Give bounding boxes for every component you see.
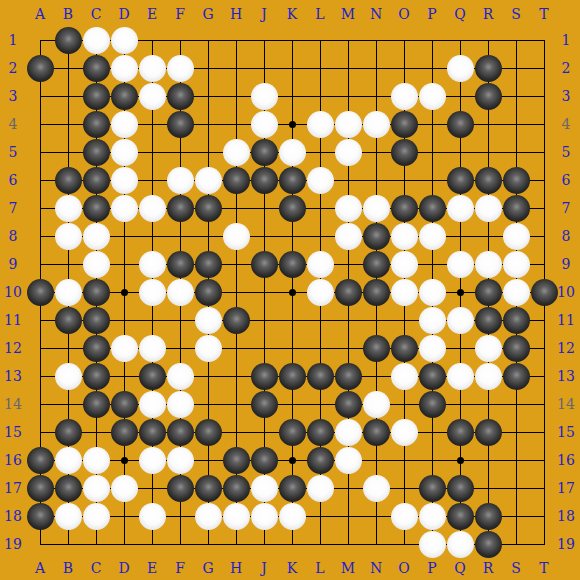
point-R8[interactable] <box>474 222 502 250</box>
point-Q5[interactable] <box>446 138 474 166</box>
point-O14[interactable] <box>390 390 418 418</box>
point-H1[interactable] <box>222 26 250 54</box>
point-A11[interactable] <box>26 306 54 334</box>
point-R17[interactable] <box>474 474 502 502</box>
point-G12[interactable] <box>194 334 222 362</box>
point-Q7[interactable] <box>446 194 474 222</box>
point-N13[interactable] <box>362 362 390 390</box>
point-D12[interactable] <box>110 334 138 362</box>
point-A4[interactable] <box>26 110 54 138</box>
point-O11[interactable] <box>390 306 418 334</box>
point-H5[interactable] <box>222 138 250 166</box>
point-B6[interactable] <box>54 166 82 194</box>
point-H17[interactable] <box>222 474 250 502</box>
point-L18[interactable] <box>306 502 334 530</box>
point-M19[interactable] <box>334 530 362 558</box>
point-P12[interactable] <box>418 334 446 362</box>
point-H2[interactable] <box>222 54 250 82</box>
point-F17[interactable] <box>166 474 194 502</box>
point-H10[interactable] <box>222 278 250 306</box>
point-S17[interactable] <box>502 474 530 502</box>
point-L17[interactable] <box>306 474 334 502</box>
point-O8[interactable] <box>390 222 418 250</box>
point-G18[interactable] <box>194 502 222 530</box>
point-J17[interactable] <box>250 474 278 502</box>
point-J13[interactable] <box>250 362 278 390</box>
point-G15[interactable] <box>194 418 222 446</box>
point-B12[interactable] <box>54 334 82 362</box>
point-C2[interactable] <box>82 54 110 82</box>
point-R19[interactable] <box>474 530 502 558</box>
point-E2[interactable] <box>138 54 166 82</box>
point-A6[interactable] <box>26 166 54 194</box>
point-P18[interactable] <box>418 502 446 530</box>
point-O5[interactable] <box>390 138 418 166</box>
point-L9[interactable] <box>306 250 334 278</box>
point-N12[interactable] <box>362 334 390 362</box>
point-S10[interactable] <box>502 278 530 306</box>
point-S15[interactable] <box>502 418 530 446</box>
point-J10[interactable] <box>250 278 278 306</box>
point-Q18[interactable] <box>446 502 474 530</box>
point-O19[interactable] <box>390 530 418 558</box>
point-N10[interactable] <box>362 278 390 306</box>
point-G8[interactable] <box>194 222 222 250</box>
point-B11[interactable] <box>54 306 82 334</box>
point-K14[interactable] <box>278 390 306 418</box>
point-D13[interactable] <box>110 362 138 390</box>
point-N7[interactable] <box>362 194 390 222</box>
point-P1[interactable] <box>418 26 446 54</box>
point-G10[interactable] <box>194 278 222 306</box>
point-B7[interactable] <box>54 194 82 222</box>
point-Q14[interactable] <box>446 390 474 418</box>
point-O16[interactable] <box>390 446 418 474</box>
point-L13[interactable] <box>306 362 334 390</box>
point-C3[interactable] <box>82 82 110 110</box>
point-Q6[interactable] <box>446 166 474 194</box>
point-F14[interactable] <box>166 390 194 418</box>
point-K3[interactable] <box>278 82 306 110</box>
point-O6[interactable] <box>390 166 418 194</box>
point-P19[interactable] <box>418 530 446 558</box>
point-J18[interactable] <box>250 502 278 530</box>
point-C7[interactable] <box>82 194 110 222</box>
point-C6[interactable] <box>82 166 110 194</box>
point-H6[interactable] <box>222 166 250 194</box>
point-P10[interactable] <box>418 278 446 306</box>
point-J3[interactable] <box>250 82 278 110</box>
point-S8[interactable] <box>502 222 530 250</box>
point-F19[interactable] <box>166 530 194 558</box>
point-P3[interactable] <box>418 82 446 110</box>
point-H16[interactable] <box>222 446 250 474</box>
point-F1[interactable] <box>166 26 194 54</box>
point-C11[interactable] <box>82 306 110 334</box>
point-G5[interactable] <box>194 138 222 166</box>
point-D4[interactable] <box>110 110 138 138</box>
point-Q19[interactable] <box>446 530 474 558</box>
point-K10[interactable] <box>278 278 306 306</box>
point-C14[interactable] <box>82 390 110 418</box>
point-B15[interactable] <box>54 418 82 446</box>
point-Q12[interactable] <box>446 334 474 362</box>
point-O2[interactable] <box>390 54 418 82</box>
point-H9[interactable] <box>222 250 250 278</box>
point-C13[interactable] <box>82 362 110 390</box>
point-O17[interactable] <box>390 474 418 502</box>
point-M2[interactable] <box>334 54 362 82</box>
point-B10[interactable] <box>54 278 82 306</box>
point-B13[interactable] <box>54 362 82 390</box>
point-A15[interactable] <box>26 418 54 446</box>
point-C18[interactable] <box>82 502 110 530</box>
point-Q9[interactable] <box>446 250 474 278</box>
point-S14[interactable] <box>502 390 530 418</box>
point-C1[interactable] <box>82 26 110 54</box>
point-C15[interactable] <box>82 418 110 446</box>
point-B5[interactable] <box>54 138 82 166</box>
point-J11[interactable] <box>250 306 278 334</box>
point-C5[interactable] <box>82 138 110 166</box>
point-P2[interactable] <box>418 54 446 82</box>
point-S12[interactable] <box>502 334 530 362</box>
point-E18[interactable] <box>138 502 166 530</box>
point-J2[interactable] <box>250 54 278 82</box>
point-N8[interactable] <box>362 222 390 250</box>
point-F4[interactable] <box>166 110 194 138</box>
point-K2[interactable] <box>278 54 306 82</box>
point-P14[interactable] <box>418 390 446 418</box>
point-M5[interactable] <box>334 138 362 166</box>
point-B14[interactable] <box>54 390 82 418</box>
point-A18[interactable] <box>26 502 54 530</box>
point-F8[interactable] <box>166 222 194 250</box>
point-E5[interactable] <box>138 138 166 166</box>
point-N9[interactable] <box>362 250 390 278</box>
point-A12[interactable] <box>26 334 54 362</box>
point-G2[interactable] <box>194 54 222 82</box>
point-G3[interactable] <box>194 82 222 110</box>
point-R10[interactable] <box>474 278 502 306</box>
point-K12[interactable] <box>278 334 306 362</box>
point-Q10[interactable] <box>446 278 474 306</box>
point-J15[interactable] <box>250 418 278 446</box>
point-M8[interactable] <box>334 222 362 250</box>
point-L1[interactable] <box>306 26 334 54</box>
point-J16[interactable] <box>250 446 278 474</box>
point-M4[interactable] <box>334 110 362 138</box>
point-M3[interactable] <box>334 82 362 110</box>
point-S16[interactable] <box>502 446 530 474</box>
point-N14[interactable] <box>362 390 390 418</box>
point-A2[interactable] <box>26 54 54 82</box>
point-J12[interactable] <box>250 334 278 362</box>
point-K11[interactable] <box>278 306 306 334</box>
point-G16[interactable] <box>194 446 222 474</box>
point-F3[interactable] <box>166 82 194 110</box>
point-G4[interactable] <box>194 110 222 138</box>
point-O7[interactable] <box>390 194 418 222</box>
point-N17[interactable] <box>362 474 390 502</box>
point-R18[interactable] <box>474 502 502 530</box>
point-F5[interactable] <box>166 138 194 166</box>
point-C16[interactable] <box>82 446 110 474</box>
point-F16[interactable] <box>166 446 194 474</box>
point-S19[interactable] <box>502 530 530 558</box>
point-P9[interactable] <box>418 250 446 278</box>
point-K6[interactable] <box>278 166 306 194</box>
point-H15[interactable] <box>222 418 250 446</box>
point-H8[interactable] <box>222 222 250 250</box>
point-L15[interactable] <box>306 418 334 446</box>
point-A9[interactable] <box>26 250 54 278</box>
point-P11[interactable] <box>418 306 446 334</box>
point-D5[interactable] <box>110 138 138 166</box>
point-J14[interactable] <box>250 390 278 418</box>
point-F2[interactable] <box>166 54 194 82</box>
point-C9[interactable] <box>82 250 110 278</box>
point-G6[interactable] <box>194 166 222 194</box>
point-K8[interactable] <box>278 222 306 250</box>
point-O3[interactable] <box>390 82 418 110</box>
point-R16[interactable] <box>474 446 502 474</box>
point-E16[interactable] <box>138 446 166 474</box>
point-D10[interactable] <box>110 278 138 306</box>
point-D7[interactable] <box>110 194 138 222</box>
point-D8[interactable] <box>110 222 138 250</box>
point-R11[interactable] <box>474 306 502 334</box>
point-H18[interactable] <box>222 502 250 530</box>
point-A13[interactable] <box>26 362 54 390</box>
point-B18[interactable] <box>54 502 82 530</box>
point-C19[interactable] <box>82 530 110 558</box>
point-E12[interactable] <box>138 334 166 362</box>
point-K18[interactable] <box>278 502 306 530</box>
point-A16[interactable] <box>26 446 54 474</box>
point-P5[interactable] <box>418 138 446 166</box>
point-F13[interactable] <box>166 362 194 390</box>
point-G13[interactable] <box>194 362 222 390</box>
point-F18[interactable] <box>166 502 194 530</box>
point-D16[interactable] <box>110 446 138 474</box>
point-R4[interactable] <box>474 110 502 138</box>
point-R3[interactable] <box>474 82 502 110</box>
point-D18[interactable] <box>110 502 138 530</box>
point-M6[interactable] <box>334 166 362 194</box>
point-H4[interactable] <box>222 110 250 138</box>
point-S1[interactable] <box>502 26 530 54</box>
point-F6[interactable] <box>166 166 194 194</box>
point-Q3[interactable] <box>446 82 474 110</box>
point-C4[interactable] <box>82 110 110 138</box>
point-S6[interactable] <box>502 166 530 194</box>
point-A19[interactable] <box>26 530 54 558</box>
point-P16[interactable] <box>418 446 446 474</box>
point-O18[interactable] <box>390 502 418 530</box>
point-P15[interactable] <box>418 418 446 446</box>
point-N2[interactable] <box>362 54 390 82</box>
point-P6[interactable] <box>418 166 446 194</box>
point-Q4[interactable] <box>446 110 474 138</box>
point-S7[interactable] <box>502 194 530 222</box>
point-B4[interactable] <box>54 110 82 138</box>
point-D2[interactable] <box>110 54 138 82</box>
point-B2[interactable] <box>54 54 82 82</box>
point-K19[interactable] <box>278 530 306 558</box>
point-D19[interactable] <box>110 530 138 558</box>
point-C12[interactable] <box>82 334 110 362</box>
point-M1[interactable] <box>334 26 362 54</box>
point-L14[interactable] <box>306 390 334 418</box>
point-H3[interactable] <box>222 82 250 110</box>
point-L12[interactable] <box>306 334 334 362</box>
point-K16[interactable] <box>278 446 306 474</box>
point-Q11[interactable] <box>446 306 474 334</box>
point-S2[interactable] <box>502 54 530 82</box>
point-M7[interactable] <box>334 194 362 222</box>
point-S4[interactable] <box>502 110 530 138</box>
point-G7[interactable] <box>194 194 222 222</box>
point-M18[interactable] <box>334 502 362 530</box>
point-F7[interactable] <box>166 194 194 222</box>
point-Q1[interactable] <box>446 26 474 54</box>
point-M15[interactable] <box>334 418 362 446</box>
point-M16[interactable] <box>334 446 362 474</box>
point-S18[interactable] <box>502 502 530 530</box>
point-P4[interactable] <box>418 110 446 138</box>
point-M14[interactable] <box>334 390 362 418</box>
point-D9[interactable] <box>110 250 138 278</box>
point-B19[interactable] <box>54 530 82 558</box>
point-Q15[interactable] <box>446 418 474 446</box>
point-J6[interactable] <box>250 166 278 194</box>
point-K1[interactable] <box>278 26 306 54</box>
point-L19[interactable] <box>306 530 334 558</box>
point-E4[interactable] <box>138 110 166 138</box>
point-L7[interactable] <box>306 194 334 222</box>
point-O12[interactable] <box>390 334 418 362</box>
point-J7[interactable] <box>250 194 278 222</box>
point-F10[interactable] <box>166 278 194 306</box>
point-L2[interactable] <box>306 54 334 82</box>
point-L5[interactable] <box>306 138 334 166</box>
point-L11[interactable] <box>306 306 334 334</box>
point-M12[interactable] <box>334 334 362 362</box>
point-O9[interactable] <box>390 250 418 278</box>
point-E10[interactable] <box>138 278 166 306</box>
point-G17[interactable] <box>194 474 222 502</box>
point-H12[interactable] <box>222 334 250 362</box>
point-A17[interactable] <box>26 474 54 502</box>
point-E9[interactable] <box>138 250 166 278</box>
point-R1[interactable] <box>474 26 502 54</box>
point-O10[interactable] <box>390 278 418 306</box>
point-N15[interactable] <box>362 418 390 446</box>
point-L8[interactable] <box>306 222 334 250</box>
point-N5[interactable] <box>362 138 390 166</box>
point-N4[interactable] <box>362 110 390 138</box>
point-A5[interactable] <box>26 138 54 166</box>
point-F12[interactable] <box>166 334 194 362</box>
point-D3[interactable] <box>110 82 138 110</box>
point-S9[interactable] <box>502 250 530 278</box>
point-E17[interactable] <box>138 474 166 502</box>
point-A14[interactable] <box>26 390 54 418</box>
point-M10[interactable] <box>334 278 362 306</box>
point-Q2[interactable] <box>446 54 474 82</box>
point-D15[interactable] <box>110 418 138 446</box>
point-A3[interactable] <box>26 82 54 110</box>
point-L4[interactable] <box>306 110 334 138</box>
point-B3[interactable] <box>54 82 82 110</box>
point-J5[interactable] <box>250 138 278 166</box>
point-P17[interactable] <box>418 474 446 502</box>
point-A10[interactable] <box>26 278 54 306</box>
point-S13[interactable] <box>502 362 530 390</box>
point-H19[interactable] <box>222 530 250 558</box>
point-C8[interactable] <box>82 222 110 250</box>
point-C17[interactable] <box>82 474 110 502</box>
point-B1[interactable] <box>54 26 82 54</box>
point-R15[interactable] <box>474 418 502 446</box>
point-B9[interactable] <box>54 250 82 278</box>
point-K9[interactable] <box>278 250 306 278</box>
point-N6[interactable] <box>362 166 390 194</box>
point-R12[interactable] <box>474 334 502 362</box>
point-R7[interactable] <box>474 194 502 222</box>
point-Q16[interactable] <box>446 446 474 474</box>
point-E7[interactable] <box>138 194 166 222</box>
point-L6[interactable] <box>306 166 334 194</box>
point-H7[interactable] <box>222 194 250 222</box>
point-K17[interactable] <box>278 474 306 502</box>
point-M13[interactable] <box>334 362 362 390</box>
point-E14[interactable] <box>138 390 166 418</box>
point-H14[interactable] <box>222 390 250 418</box>
point-D1[interactable] <box>110 26 138 54</box>
point-N18[interactable] <box>362 502 390 530</box>
point-S3[interactable] <box>502 82 530 110</box>
point-A7[interactable] <box>26 194 54 222</box>
point-A1[interactable] <box>26 26 54 54</box>
point-D6[interactable] <box>110 166 138 194</box>
point-R9[interactable] <box>474 250 502 278</box>
point-O1[interactable] <box>390 26 418 54</box>
point-K7[interactable] <box>278 194 306 222</box>
point-K15[interactable] <box>278 418 306 446</box>
point-L10[interactable] <box>306 278 334 306</box>
point-N3[interactable] <box>362 82 390 110</box>
point-J4[interactable] <box>250 110 278 138</box>
point-D11[interactable] <box>110 306 138 334</box>
point-S11[interactable] <box>502 306 530 334</box>
point-B8[interactable] <box>54 222 82 250</box>
point-K5[interactable] <box>278 138 306 166</box>
point-E15[interactable] <box>138 418 166 446</box>
point-E19[interactable] <box>138 530 166 558</box>
point-K4[interactable] <box>278 110 306 138</box>
point-E8[interactable] <box>138 222 166 250</box>
point-L16[interactable] <box>306 446 334 474</box>
point-O13[interactable] <box>390 362 418 390</box>
point-E11[interactable] <box>138 306 166 334</box>
point-R6[interactable] <box>474 166 502 194</box>
point-J9[interactable] <box>250 250 278 278</box>
point-G9[interactable] <box>194 250 222 278</box>
point-G1[interactable] <box>194 26 222 54</box>
point-R14[interactable] <box>474 390 502 418</box>
